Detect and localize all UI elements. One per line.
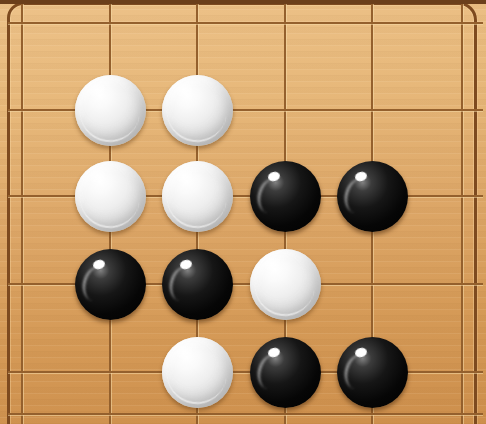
grid-line-horizontal — [8, 371, 483, 373]
black-stone — [250, 337, 321, 408]
grid-line-vertical — [21, 4, 23, 424]
board-frame — [7, 2, 477, 424]
white-stone — [75, 75, 146, 146]
board-frame-top-edge — [0, 0, 486, 4]
goban-board[interactable] — [0, 0, 486, 424]
black-stone — [250, 161, 321, 232]
black-stone — [337, 337, 408, 408]
grid-line-vertical — [461, 4, 463, 424]
black-stone — [75, 249, 146, 320]
white-stone — [75, 161, 146, 232]
black-stone — [162, 249, 233, 320]
white-stone — [162, 337, 233, 408]
black-stone — [337, 161, 408, 232]
white-stone — [250, 249, 321, 320]
grid-line-horizontal — [8, 22, 483, 24]
white-stone — [162, 75, 233, 146]
white-stone — [162, 161, 233, 232]
grid-line-horizontal — [8, 413, 483, 415]
